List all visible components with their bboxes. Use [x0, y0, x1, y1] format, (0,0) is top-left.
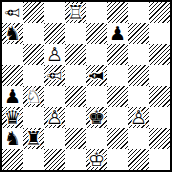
square-f8[interactable]: [107, 2, 128, 23]
square-a7[interactable]: ♞♞: [2, 23, 23, 44]
board-frame: ♝♗♜♖♞♞♟♟♟♙♝♗♝♝♟♟♞♘♛♛♟♙♚♚♟♙♞♞♜♜♚♔: [0, 0, 172, 172]
black-knight-piece: ♞♞: [2, 23, 23, 44]
square-d3[interactable]: [65, 107, 86, 128]
square-g7[interactable]: [128, 23, 149, 44]
white-bishop-icon: ♗: [2, 2, 23, 23]
square-h8[interactable]: [149, 2, 170, 23]
square-f7[interactable]: ♟♟: [107, 23, 128, 44]
square-g6[interactable]: [128, 44, 149, 65]
square-d6[interactable]: [65, 44, 86, 65]
square-b6[interactable]: [23, 44, 44, 65]
square-d8[interactable]: ♜♖: [65, 2, 86, 23]
square-c6[interactable]: ♟♙: [44, 44, 65, 65]
square-a3[interactable]: ♛♛: [2, 107, 23, 128]
black-king-icon: ♚: [86, 107, 107, 128]
square-g8[interactable]: [128, 2, 149, 23]
square-h7[interactable]: [149, 23, 170, 44]
black-rook-piece: ♜♜: [23, 128, 44, 149]
white-bishop-icon: ♗: [44, 65, 65, 86]
square-e6[interactable]: [86, 44, 107, 65]
white-bishop-rotated-piece: ♝♗: [2, 2, 23, 23]
square-e3[interactable]: ♚♚: [86, 107, 107, 128]
square-g5[interactable]: [128, 65, 149, 86]
square-e2[interactable]: [86, 128, 107, 149]
white-pawn-piece: ♟♙: [44, 107, 65, 128]
square-f1[interactable]: [107, 149, 128, 170]
black-pawn-icon: ♟: [107, 23, 128, 44]
black-bishop-rotated-piece: ♝♝: [86, 65, 107, 86]
square-a1[interactable]: [2, 149, 23, 170]
black-pawn-piece: ♟♟: [2, 86, 23, 107]
square-h1[interactable]: [149, 149, 170, 170]
square-d1[interactable]: [65, 149, 86, 170]
square-a4[interactable]: ♟♟: [2, 86, 23, 107]
white-rook-piece: ♜♖: [65, 2, 86, 23]
square-c5[interactable]: ♝♗: [44, 65, 65, 86]
square-c3[interactable]: ♟♙: [44, 107, 65, 128]
square-c4[interactable]: [44, 86, 65, 107]
square-c8[interactable]: [44, 2, 65, 23]
square-f6[interactable]: [107, 44, 128, 65]
square-h4[interactable]: [149, 86, 170, 107]
square-a6[interactable]: [2, 44, 23, 65]
black-knight-piece: ♞♞: [2, 128, 23, 149]
square-b1[interactable]: [23, 149, 44, 170]
white-rook-icon: ♖: [65, 2, 86, 23]
square-b2[interactable]: ♜♜: [23, 128, 44, 149]
square-g3[interactable]: ♟♙: [128, 107, 149, 128]
square-e7[interactable]: [86, 23, 107, 44]
square-d7[interactable]: [65, 23, 86, 44]
black-knight-icon: ♞: [2, 23, 23, 44]
square-h5[interactable]: [149, 65, 170, 86]
square-b8[interactable]: [23, 2, 44, 23]
white-pawn-icon: ♙: [44, 107, 65, 128]
chess-board: ♝♗♜♖♞♞♟♟♟♙♝♗♝♝♟♟♞♘♛♛♟♙♚♚♟♙♞♞♜♜♚♔: [2, 2, 170, 170]
black-pawn-icon: ♟: [2, 86, 23, 107]
square-d2[interactable]: [65, 128, 86, 149]
white-knight-icon: ♘: [23, 86, 44, 107]
square-b3[interactable]: [23, 107, 44, 128]
black-rook-icon: ♜: [23, 128, 44, 149]
white-pawn-piece: ♟♙: [128, 107, 149, 128]
square-c7[interactable]: [44, 23, 65, 44]
square-e8[interactable]: [86, 2, 107, 23]
square-h2[interactable]: [149, 128, 170, 149]
black-queen-icon: ♛: [2, 107, 23, 128]
square-f2[interactable]: [107, 128, 128, 149]
square-e1[interactable]: ♚♔: [86, 149, 107, 170]
black-pawn-piece: ♟♟: [107, 23, 128, 44]
square-a2[interactable]: ♞♞: [2, 128, 23, 149]
white-bishop-rotated-piece: ♝♗: [44, 65, 65, 86]
black-bishop-icon: ♝: [86, 65, 107, 86]
square-b4[interactable]: ♞♘: [23, 86, 44, 107]
square-a8[interactable]: ♝♗: [2, 2, 23, 23]
square-g4[interactable]: [128, 86, 149, 107]
square-b5[interactable]: [23, 65, 44, 86]
white-pawn-icon: ♙: [44, 44, 65, 65]
square-d4[interactable]: [65, 86, 86, 107]
square-e4[interactable]: [86, 86, 107, 107]
square-d5[interactable]: [65, 65, 86, 86]
black-knight-icon: ♞: [2, 128, 23, 149]
square-f5[interactable]: [107, 65, 128, 86]
black-queen-piece: ♛♛: [2, 107, 23, 128]
white-pawn-icon: ♙: [128, 107, 149, 128]
square-g2[interactable]: [128, 128, 149, 149]
white-king-icon: ♔: [86, 149, 107, 170]
black-king-piece: ♚♚: [86, 107, 107, 128]
white-knight-piece: ♞♘: [23, 86, 44, 107]
square-g1[interactable]: [128, 149, 149, 170]
white-king-piece: ♚♔: [86, 149, 107, 170]
square-h6[interactable]: [149, 44, 170, 65]
square-f3[interactable]: [107, 107, 128, 128]
square-a5[interactable]: [2, 65, 23, 86]
square-b7[interactable]: [23, 23, 44, 44]
square-e5[interactable]: ♝♝: [86, 65, 107, 86]
square-h3[interactable]: [149, 107, 170, 128]
square-c1[interactable]: [44, 149, 65, 170]
square-c2[interactable]: [44, 128, 65, 149]
square-f4[interactable]: [107, 86, 128, 107]
white-pawn-piece: ♟♙: [44, 44, 65, 65]
